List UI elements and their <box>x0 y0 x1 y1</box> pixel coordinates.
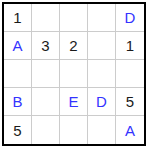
grid-cell-r1c3[interactable] <box>88 32 116 60</box>
grid-cell-r2c4[interactable] <box>116 60 144 88</box>
grid-cell-r1c1[interactable]: 3 <box>32 32 60 60</box>
cell-value: B <box>12 94 22 109</box>
grid-cell-r0c3[interactable] <box>88 4 116 32</box>
grid-cell-r0c1[interactable] <box>32 4 60 32</box>
cell-value: D <box>96 94 107 109</box>
cell-value: E <box>68 94 78 109</box>
cell-value: A <box>12 38 22 53</box>
grid-cell-r0c4[interactable]: D <box>116 4 144 32</box>
grid-cell-r2c2[interactable] <box>60 60 88 88</box>
grid-cell-r4c1[interactable] <box>32 116 60 144</box>
cell-value: A <box>125 123 135 138</box>
grid-cell-r1c0[interactable]: A <box>4 32 32 60</box>
grid-cell-r3c1[interactable] <box>32 88 60 116</box>
grid-cell-r4c3[interactable] <box>88 116 116 144</box>
cell-value: 5 <box>13 123 21 138</box>
grid-cell-r2c0[interactable] <box>4 60 32 88</box>
grid-cell-r4c0[interactable]: 5 <box>4 116 32 144</box>
grid-cell-r0c0[interactable]: 1 <box>4 4 32 32</box>
grid-cell-r3c0[interactable]: B <box>4 88 32 116</box>
cell-value: 1 <box>126 38 134 53</box>
cell-value: 5 <box>126 94 134 109</box>
grid-cell-r1c4[interactable]: 1 <box>116 32 144 60</box>
cell-value: D <box>125 10 136 25</box>
cell-value: 3 <box>41 38 49 53</box>
grid-cell-r4c4[interactable]: A <box>116 116 144 144</box>
grid-cell-r2c3[interactable] <box>88 60 116 88</box>
grid-cell-r3c2[interactable]: E <box>60 88 88 116</box>
grid-cell-r2c1[interactable] <box>32 60 60 88</box>
cell-value: 2 <box>69 38 77 53</box>
cell-value: 1 <box>13 10 21 25</box>
grid-cell-r3c4[interactable]: 5 <box>116 88 144 116</box>
grid-cell-r4c2[interactable] <box>60 116 88 144</box>
grid-cell-r3c3[interactable]: D <box>88 88 116 116</box>
puzzle-board: 1 D A 3 2 1 B E D 5 5 A <box>2 2 146 146</box>
grid-cell-r1c2[interactable]: 2 <box>60 32 88 60</box>
grid-cell-r0c2[interactable] <box>60 4 88 32</box>
